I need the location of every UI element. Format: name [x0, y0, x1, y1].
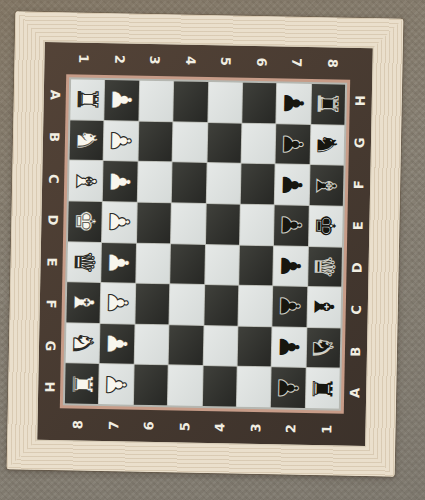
- board-square[interactable]: [206, 204, 240, 244]
- rank-label-bottom: 6: [132, 408, 165, 444]
- chess-piece-bP[interactable]: ♟: [278, 213, 305, 238]
- board-photo: 12345678 87654321 ABCDEFGH HGFEDCBA ♜♟♟♜…: [0, 0, 425, 500]
- board-square[interactable]: [242, 83, 276, 123]
- labels-bottom: 87654321: [59, 408, 344, 445]
- board-square[interactable]: ♚: [68, 201, 102, 241]
- chess-piece-bP[interactable]: ♟: [278, 172, 305, 197]
- board-square[interactable]: [170, 244, 204, 284]
- board-grey-border: ♜♟♟♜♞♟♟♞♝♟♟♝♚♟♟♚♛♟♟♛♝♟♟♝♞♟♟♞♜♟♟♜: [63, 77, 347, 410]
- board-square[interactable]: [134, 365, 168, 405]
- chess-piece-bR[interactable]: ♜: [314, 92, 341, 117]
- board-square[interactable]: ♞: [70, 120, 104, 160]
- board-square[interactable]: [202, 366, 236, 406]
- chess-piece-wN[interactable]: ♞: [73, 128, 100, 153]
- board-square[interactable]: [207, 123, 241, 163]
- board-square[interactable]: [238, 326, 272, 366]
- chess-piece-wR[interactable]: ♜: [68, 371, 95, 396]
- board-square[interactable]: [168, 366, 202, 406]
- board-square[interactable]: ♟: [104, 121, 138, 161]
- board-square[interactable]: [136, 243, 170, 283]
- board-square[interactable]: ♜: [311, 84, 345, 124]
- board-square[interactable]: ♜: [70, 79, 104, 119]
- board-square[interactable]: [203, 326, 237, 366]
- rank-label-bottom: 3: [238, 410, 271, 446]
- chessboard: ♜♟♟♜♞♟♟♞♝♟♟♝♚♟♟♚♛♟♟♛♝♟♟♝♞♟♟♞♜♟♟♜: [65, 79, 345, 408]
- chess-piece-bP[interactable]: ♟: [274, 375, 301, 400]
- rank-label-bottom: 8: [61, 407, 94, 443]
- board-square[interactable]: ♞: [306, 328, 340, 368]
- board-square[interactable]: [208, 82, 242, 122]
- rank-label-top: 3: [139, 42, 172, 78]
- board-square[interactable]: [138, 162, 172, 202]
- rank-label-bottom: 2: [274, 411, 307, 447]
- rank-label-top: 8: [316, 45, 349, 81]
- board-square[interactable]: ♟: [103, 161, 137, 201]
- board-square[interactable]: ♜: [305, 368, 339, 408]
- board-square[interactable]: [172, 163, 206, 203]
- chess-piece-wP[interactable]: ♟: [108, 88, 135, 113]
- chess-piece-bR[interactable]: ♜: [309, 376, 336, 401]
- board-inner-border: ♜♟♟♜♞♟♟♞♝♟♟♝♚♟♟♚♛♟♟♛♝♟♟♝♞♟♟♞♜♟♟♜: [60, 74, 350, 413]
- board-square[interactable]: ♝: [309, 165, 343, 205]
- board-square[interactable]: [173, 81, 207, 121]
- board-square[interactable]: ♚: [309, 206, 343, 246]
- chess-piece-wB[interactable]: ♝: [70, 290, 97, 315]
- rank-label-bottom: 1: [309, 411, 342, 447]
- chess-piece-wP[interactable]: ♟: [103, 332, 130, 357]
- board-square[interactable]: [237, 367, 271, 407]
- chess-piece-bN[interactable]: ♞: [310, 335, 337, 360]
- chess-piece-bK[interactable]: ♚: [312, 214, 339, 239]
- board-square[interactable]: [169, 325, 203, 365]
- rank-label-top: 7: [281, 45, 314, 81]
- chess-piece-wP[interactable]: ♟: [104, 291, 131, 316]
- board-square[interactable]: [139, 81, 173, 121]
- chess-piece-wP[interactable]: ♟: [106, 210, 133, 235]
- chess-piece-bP[interactable]: ♟: [280, 91, 307, 116]
- board-square[interactable]: [135, 284, 169, 324]
- chess-piece-wP[interactable]: ♟: [107, 128, 134, 153]
- wood-frame: 12345678 87654321 ABCDEFGH HGFEDCBA ♜♟♟♜…: [7, 11, 404, 476]
- rank-label-bottom: 5: [167, 409, 200, 445]
- chess-piece-bB[interactable]: ♝: [310, 295, 337, 320]
- board-square[interactable]: ♝: [307, 287, 341, 327]
- chess-piece-bP[interactable]: ♟: [276, 294, 303, 319]
- board-square[interactable]: [204, 285, 238, 325]
- board-square[interactable]: [171, 203, 205, 243]
- chess-piece-bN[interactable]: ♞: [314, 132, 341, 157]
- board-square[interactable]: [206, 163, 240, 203]
- board-square[interactable]: ♟: [102, 202, 136, 242]
- board-square[interactable]: ♟: [274, 205, 308, 245]
- rank-label-top: 4: [174, 43, 207, 79]
- rank-label-bottom: 7: [96, 407, 129, 443]
- chess-piece-bB[interactable]: ♝: [313, 173, 340, 198]
- board-square[interactable]: ♟: [105, 80, 139, 120]
- board-square[interactable]: [205, 245, 239, 285]
- board-square[interactable]: ♟: [276, 124, 310, 164]
- chess-piece-bP[interactable]: ♟: [275, 335, 302, 360]
- board-square[interactable]: ♟: [275, 165, 309, 205]
- chess-piece-wP[interactable]: ♟: [107, 169, 134, 194]
- board-square[interactable]: ♞: [310, 125, 344, 165]
- board-square[interactable]: ♛: [308, 246, 342, 286]
- board-square[interactable]: ♟: [101, 283, 135, 323]
- board-square[interactable]: ♟: [273, 246, 307, 286]
- board-square[interactable]: [241, 123, 275, 163]
- chess-piece-wQ[interactable]: ♛: [71, 250, 98, 275]
- board-square[interactable]: [138, 121, 172, 161]
- rank-label-top: 5: [210, 43, 243, 79]
- board-square[interactable]: ♟: [271, 368, 305, 408]
- board-square[interactable]: ♟: [100, 324, 134, 364]
- board-square[interactable]: ♟: [102, 243, 136, 283]
- board-square[interactable]: [241, 164, 275, 204]
- rank-label-top: 2: [103, 41, 136, 77]
- board-square[interactable]: ♟: [277, 83, 311, 123]
- chess-piece-wP[interactable]: ♟: [105, 250, 132, 275]
- rank-label-top: 6: [245, 44, 278, 80]
- chess-piece-wB[interactable]: ♝: [72, 168, 99, 193]
- board-square[interactable]: ♟: [272, 327, 306, 367]
- chess-piece-wN[interactable]: ♞: [69, 331, 96, 356]
- board-square[interactable]: [240, 205, 274, 245]
- board-square[interactable]: [170, 284, 204, 324]
- board-square[interactable]: ♞: [66, 323, 100, 363]
- board-square[interactable]: [239, 245, 273, 285]
- board-square[interactable]: ♜: [65, 364, 99, 404]
- chess-piece-bQ[interactable]: ♛: [311, 254, 338, 279]
- board-square[interactable]: [238, 286, 272, 326]
- rank-label-top: 1: [68, 41, 101, 77]
- board-square[interactable]: [173, 122, 207, 162]
- chess-piece-wK[interactable]: ♚: [71, 209, 98, 234]
- board-square[interactable]: ♟: [99, 364, 133, 404]
- board-square[interactable]: ♝: [66, 282, 100, 322]
- board-square[interactable]: ♟: [273, 286, 307, 326]
- chess-piece-bP[interactable]: ♟: [277, 254, 304, 279]
- rank-label-bottom: 4: [203, 409, 236, 445]
- chess-piece-bP[interactable]: ♟: [279, 132, 306, 157]
- chess-piece-wP[interactable]: ♟: [103, 372, 130, 397]
- chess-piece-wR[interactable]: ♜: [74, 87, 101, 112]
- board-square[interactable]: ♛: [67, 242, 101, 282]
- board-square[interactable]: ♝: [69, 161, 103, 201]
- board-square[interactable]: [134, 324, 168, 364]
- board-square[interactable]: [137, 203, 171, 243]
